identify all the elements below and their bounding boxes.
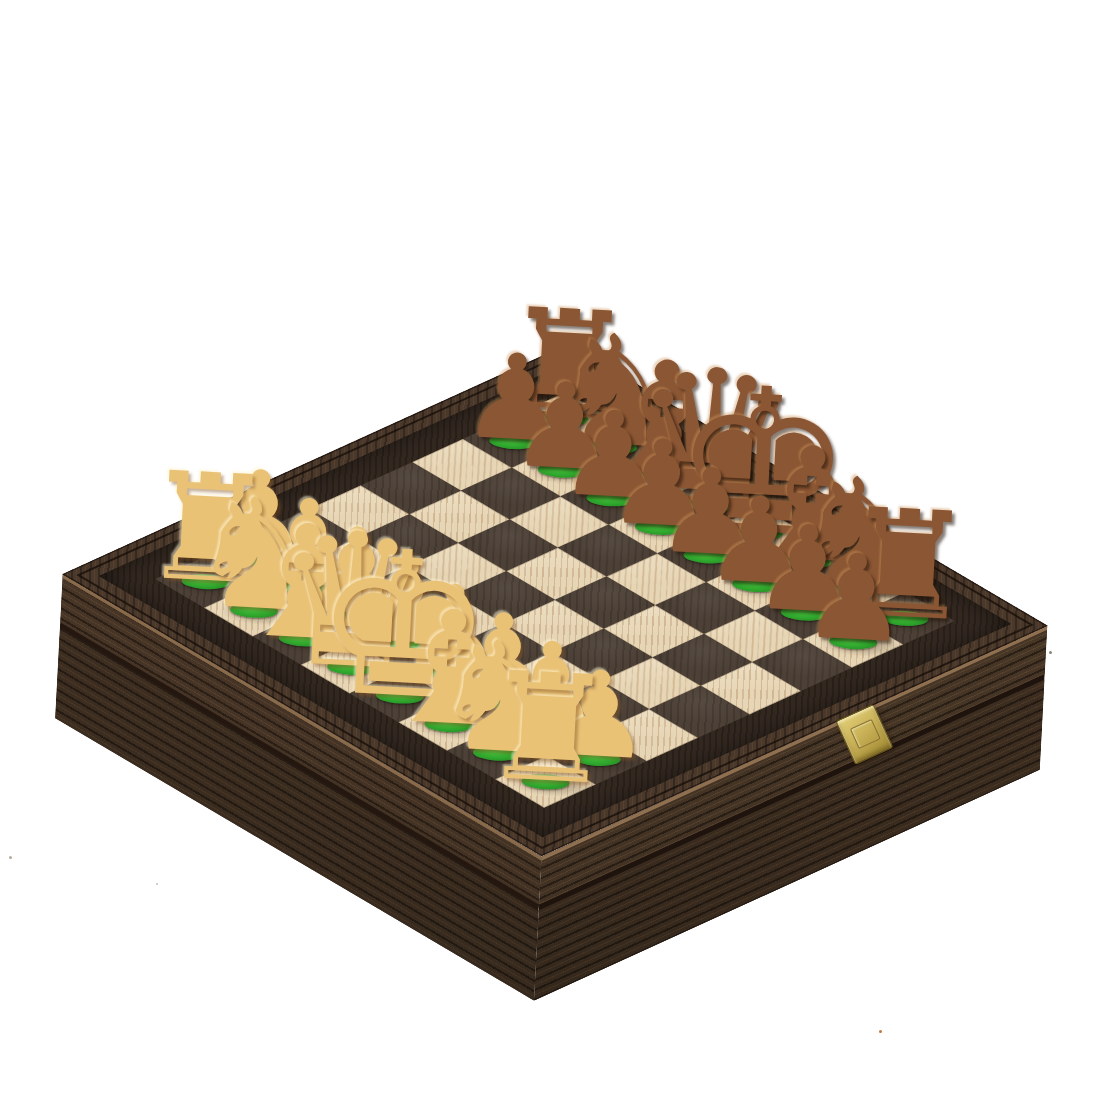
pieces-layer: ♜♞♝♛♚♝♞♜♟♟♟♟♟♟♟♟♟♟♟♟♟♟♟♟♜♞♝♛♚♝♞♜	[0, 0, 1100, 1100]
dust-speck	[879, 1030, 882, 1033]
scene-tilt-wrapper: ♜♞♝♛♚♝♞♜♟♟♟♟♟♟♟♟♟♟♟♟♟♟♟♟♜♞♝♛♚♝♞♜	[0, 0, 1100, 1100]
dust-speck	[1049, 651, 1052, 654]
dust-speck	[9, 856, 12, 859]
brass-clasp-logo	[850, 719, 881, 749]
product-photo-scene: ♜♞♝♛♚♝♞♜♟♟♟♟♟♟♟♟♟♟♟♟♟♟♟♟♜♞♝♛♚♝♞♜	[0, 0, 1100, 1100]
piece-white-rook-h1: ♜	[478, 651, 618, 806]
piece-black-pawn-h7: ♟	[800, 536, 912, 659]
dust-speck	[156, 883, 158, 885]
